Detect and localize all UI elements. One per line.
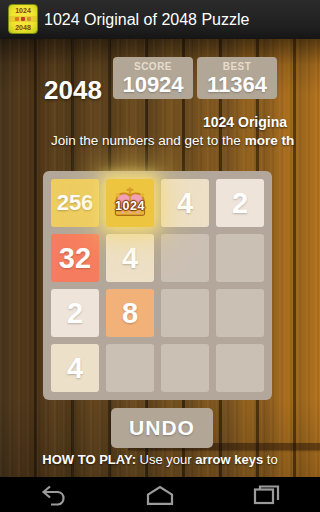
hint-line-2: Join the numbers and get to the more th [51, 133, 294, 148]
score-box: SCORE 10924 [113, 57, 193, 99]
app-icon: 1024 2048 [8, 4, 38, 34]
tile-value: 2 [67, 299, 83, 328]
best-value: 11364 [207, 73, 267, 96]
app-screen: 1024 2048 1024 Original of 2048 Puzzle 2… [0, 0, 320, 512]
best-label: BEST [223, 61, 252, 73]
cell-empty [106, 344, 154, 392]
tile-32: 32 [51, 234, 99, 282]
tile-value: 8 [122, 299, 138, 328]
cell-empty [216, 234, 264, 282]
tile-2: 2 [216, 179, 264, 227]
back-icon [40, 484, 67, 506]
window-title: 1024 Original of 2048 Puzzle [44, 11, 249, 29]
best-box: BEST 11364 [197, 57, 277, 99]
tile-8: 8 [106, 289, 154, 337]
tile-value: 32 [59, 244, 91, 273]
android-nav-bar [0, 477, 320, 512]
hint-line-1-text: 1024 Origina [203, 114, 287, 130]
cell-empty [161, 234, 209, 282]
app-icon-tiles [9, 16, 37, 22]
how-to-play-text: HOW TO PLAY: Use your arrow keys to [0, 452, 320, 467]
recents-button[interactable] [232, 477, 302, 512]
tile-value: 4 [67, 354, 83, 383]
cell-empty [161, 344, 209, 392]
cell-empty [216, 344, 264, 392]
hint-line-1: 1024 Origina [203, 114, 287, 130]
app-icon-1024-label: 1024 [9, 7, 37, 14]
tile-value: 1024 [115, 199, 145, 213]
score-value: 10924 [122, 73, 183, 96]
tile-2: 2 [51, 289, 99, 337]
tile-4: 4 [106, 234, 154, 282]
tile-256: 256 [51, 179, 99, 227]
tile-value: 4 [177, 189, 193, 218]
home-button[interactable] [125, 477, 195, 512]
tile-value: 256 [57, 192, 94, 214]
cell-empty [161, 289, 209, 337]
wood-background: 2048 SCORE 10924 BEST 11364 1024 Origina… [0, 39, 320, 477]
score-label: SCORE [134, 61, 172, 73]
tile-value: 2 [232, 189, 248, 218]
tile-1024-crowned: 1024 [106, 179, 154, 227]
game-logo: 2048 [44, 75, 100, 106]
recents-icon [253, 484, 280, 505]
home-icon [144, 485, 176, 505]
board[interactable]: 256102442324284 [43, 171, 272, 400]
back-button[interactable] [18, 477, 88, 512]
undo-button[interactable]: UNDO [111, 408, 213, 448]
tile-4: 4 [51, 344, 99, 392]
app-icon-2048-label: 2048 [9, 24, 37, 31]
tile-value: 4 [122, 244, 138, 273]
tile-4: 4 [161, 179, 209, 227]
cell-empty [216, 289, 264, 337]
title-bar: 1024 2048 1024 Original of 2048 Puzzle [0, 0, 320, 39]
